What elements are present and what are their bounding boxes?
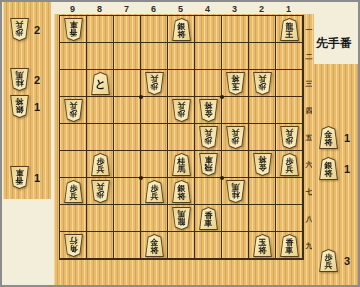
board-cell-4-3[interactable]: [195, 70, 222, 97]
shogi-board: 香車銀将龍王と歩兵玉将歩兵歩兵歩兵金将歩兵歩兵歩兵歩兵桂馬飛車金将歩兵歩兵歩兵歩…: [59, 15, 304, 260]
rank-label-1: 一: [304, 25, 314, 35]
file-label-5: 5: [173, 4, 189, 14]
piece-桂馬-3-7[interactable]: 桂馬: [226, 180, 245, 203]
board-cell-2-5[interactable]: [249, 124, 276, 151]
piece-角行-9-9[interactable]: 角行: [64, 234, 83, 257]
captured-count-歩兵: 2: [34, 24, 40, 36]
captured-香車[interactable]: 香車: [10, 166, 29, 189]
piece-kanji: 龍王: [280, 18, 299, 41]
board-cell-7-7[interactable]: [114, 178, 141, 205]
piece-kanji: 銀将: [172, 180, 191, 203]
hoshi-point: [220, 176, 224, 180]
board-cell-8-4[interactable]: [87, 97, 114, 124]
board-cell-1-2[interactable]: [276, 43, 303, 70]
board-cell-8-5[interactable]: [87, 124, 114, 151]
piece-歩兵-3-5[interactable]: 歩兵: [226, 126, 245, 149]
file-label-2: 2: [254, 4, 270, 14]
board-cell-8-8[interactable]: [87, 205, 114, 232]
piece-kanji: 香車: [280, 234, 299, 257]
board-cell-2-7[interactable]: [249, 178, 276, 205]
piece-kanji: 桂馬: [226, 180, 245, 203]
piece-歩兵-6-3[interactable]: 歩兵: [145, 72, 164, 95]
piece-歩兵-9-7[interactable]: 歩兵: [64, 180, 83, 203]
piece-歩兵-8-6[interactable]: 歩兵: [91, 153, 110, 176]
board-cell-7-5[interactable]: [114, 124, 141, 151]
piece-kanji: 銀将: [172, 18, 191, 41]
piece-kanji: 香車: [64, 18, 83, 41]
piece-kanji: 金将: [253, 153, 272, 176]
board-cell-3-4[interactable]: [222, 97, 249, 124]
piece-kanji: 龍馬: [172, 207, 191, 230]
board-cell-6-4[interactable]: [141, 97, 168, 124]
piece-歩兵-8-7[interactable]: 歩兵: [91, 180, 110, 203]
file-label-6: 6: [146, 4, 162, 14]
board-cell-7-9[interactable]: [114, 232, 141, 259]
board-cell-8-1[interactable]: [87, 16, 114, 43]
piece-kanji: 銀将: [319, 157, 338, 180]
captured-count-銀将: 1: [344, 163, 350, 175]
hoshi-point: [139, 95, 143, 99]
piece-kanji: 香車: [199, 207, 218, 230]
turn-indicator: 先手番: [310, 35, 358, 52]
piece-歩兵-2-3[interactable]: 歩兵: [253, 72, 272, 95]
board-cell-9-5[interactable]: [60, 124, 87, 151]
piece-kanji: 桂馬: [172, 153, 191, 176]
board-cell-1-3[interactable]: [276, 70, 303, 97]
board-cell-2-4[interactable]: [249, 97, 276, 124]
board-cell-4-7[interactable]: [195, 178, 222, 205]
piece-kanji: 歩兵: [64, 180, 83, 203]
piece-kanji: 歩兵: [280, 153, 299, 176]
piece-歩兵-1-6[interactable]: 歩兵: [280, 153, 299, 176]
piece-玉将-3-3[interactable]: 玉将: [226, 72, 245, 95]
piece-飛車-4-6[interactable]: 飛車: [199, 153, 218, 176]
gote-captured-tray: 歩兵2桂馬2銀将1香車1: [3, 2, 51, 199]
piece-kanji: 金将: [145, 234, 164, 257]
piece-玉将-2-9[interactable]: 玉将: [253, 234, 272, 257]
board-cell-9-6[interactable]: [60, 151, 87, 178]
board-cell-6-5[interactable]: [141, 124, 168, 151]
file-label-8: 8: [92, 4, 108, 14]
board-cell-4-1[interactable]: [195, 16, 222, 43]
board-cell-5-5[interactable]: [168, 124, 195, 151]
board-cell-8-9[interactable]: [87, 232, 114, 259]
sente-captured-tray: 金将1銀将1歩兵3: [312, 64, 358, 285]
piece-kanji: 玉将: [253, 234, 272, 257]
file-label-1: 1: [281, 4, 297, 14]
file-label-3: 3: [227, 4, 243, 14]
board-cell-5-3[interactable]: [168, 70, 195, 97]
captured-count-銀将: 1: [34, 101, 40, 113]
board-cell-3-1[interactable]: [222, 16, 249, 43]
captured-count-香車: 1: [34, 172, 40, 184]
piece-香車-9-1[interactable]: 香車: [64, 18, 83, 41]
board-cell-3-8[interactable]: [222, 205, 249, 232]
board-cell-7-2[interactable]: [114, 43, 141, 70]
board-cell-6-2[interactable]: [141, 43, 168, 70]
board-cell-6-6[interactable]: [141, 151, 168, 178]
piece-龍王-1-1[interactable]: 龍王: [280, 18, 299, 41]
board-cell-2-8[interactable]: [249, 205, 276, 232]
piece-歩兵-1-5[interactable]: 歩兵: [280, 126, 299, 149]
piece-金将-6-9[interactable]: 金将: [145, 234, 164, 257]
piece-kanji: 金将: [199, 99, 218, 122]
captured-count-金将: 1: [344, 132, 350, 144]
piece-歩兵-9-4[interactable]: 歩兵: [64, 99, 83, 122]
board-cell-1-4[interactable]: [276, 97, 303, 124]
piece-kanji: 歩兵: [226, 126, 245, 149]
board-cell-3-6[interactable]: [222, 151, 249, 178]
piece-kanji: 香車: [10, 166, 29, 189]
captured-歩兵[interactable]: 歩兵: [319, 249, 338, 272]
board-cell-7-1[interactable]: [114, 16, 141, 43]
piece-kanji: 銀将: [10, 95, 29, 118]
captured-歩兵[interactable]: 歩兵: [10, 18, 29, 41]
board-cell-5-2[interactable]: [168, 43, 195, 70]
board-cell-1-7[interactable]: [276, 178, 303, 205]
piece-kanji: 金将: [319, 126, 338, 149]
captured-count-歩兵: 3: [344, 255, 350, 267]
file-label-7: 7: [119, 4, 135, 14]
piece-香車-1-9[interactable]: 香車: [280, 234, 299, 257]
board-cell-4-2[interactable]: [195, 43, 222, 70]
board-cell-2-2[interactable]: [249, 43, 276, 70]
board-cell-7-4[interactable]: [114, 97, 141, 124]
piece-kanji: 歩兵: [145, 180, 164, 203]
board-cell-7-6[interactable]: [114, 151, 141, 178]
piece-kanji: と: [91, 72, 110, 95]
piece-kanji: 歩兵: [64, 99, 83, 122]
piece-歩兵-4-5[interactable]: 歩兵: [199, 126, 218, 149]
hoshi-point: [139, 176, 143, 180]
piece-龍馬-5-8[interactable]: 龍馬: [172, 207, 191, 230]
board-cell-8-2[interactable]: [87, 43, 114, 70]
piece-kanji: 歩兵: [145, 72, 164, 95]
board-cell-9-3[interactable]: [60, 70, 87, 97]
piece-歩兵-5-4[interactable]: 歩兵: [172, 99, 191, 122]
board-cell-6-1[interactable]: [141, 16, 168, 43]
file-label-9: 9: [65, 4, 81, 14]
piece-kanji: 玉将: [226, 72, 245, 95]
shogi-app: 歩兵2桂馬2銀将1香車1 987654321 香車銀将龍王と歩兵玉将歩兵歩兵歩兵…: [0, 0, 360, 287]
board-cell-6-8[interactable]: [141, 205, 168, 232]
board-cell-9-2[interactable]: [60, 43, 87, 70]
captured-銀将[interactable]: 銀将: [319, 157, 338, 180]
board-cell-7-3[interactable]: [114, 70, 141, 97]
piece-kanji: 歩兵: [199, 126, 218, 149]
piece-桂馬-5-6[interactable]: 桂馬: [172, 153, 191, 176]
piece-歩兵-6-7[interactable]: 歩兵: [145, 180, 164, 203]
captured-桂馬[interactable]: 桂馬: [10, 68, 29, 91]
captured-count-桂馬: 2: [34, 74, 40, 86]
board-cell-5-9[interactable]: [168, 232, 195, 259]
captured-金将[interactable]: 金将: [319, 126, 338, 149]
piece-香車-4-8[interactable]: 香車: [199, 207, 218, 230]
rank-label-2: 二: [304, 52, 314, 62]
piece-kanji: 歩兵: [319, 249, 338, 272]
board-cell-2-1[interactable]: [249, 16, 276, 43]
hoshi-point: [220, 95, 224, 99]
piece-kanji: 桂馬: [10, 68, 29, 91]
board-cell-3-9[interactable]: [222, 232, 249, 259]
board-cell-1-8[interactable]: [276, 205, 303, 232]
piece-kanji: 歩兵: [172, 99, 191, 122]
piece-金将-4-4[interactable]: 金将: [199, 99, 218, 122]
piece-kanji: 飛車: [199, 153, 218, 176]
file-label-4: 4: [200, 4, 216, 14]
board-cell-9-8[interactable]: [60, 205, 87, 232]
board-cell-3-2[interactable]: [222, 43, 249, 70]
piece-kanji: 歩兵: [253, 72, 272, 95]
board-cell-4-9[interactable]: [195, 232, 222, 259]
piece-kanji: 歩兵: [91, 153, 110, 176]
piece-kanji: 歩兵: [280, 126, 299, 149]
piece-kanji: 歩兵: [10, 18, 29, 41]
piece-kanji: 歩兵: [91, 180, 110, 203]
piece-銀将-5-7[interactable]: 銀将: [172, 180, 191, 203]
piece-kanji: 角行: [64, 234, 83, 257]
piece-金将-2-6[interactable]: 金将: [253, 153, 272, 176]
board-cell-7-8[interactable]: [114, 205, 141, 232]
captured-銀将[interactable]: 銀将: [10, 95, 29, 118]
piece-銀将-5-1[interactable]: 銀将: [172, 18, 191, 41]
piece-と-8-3[interactable]: と: [91, 72, 110, 95]
